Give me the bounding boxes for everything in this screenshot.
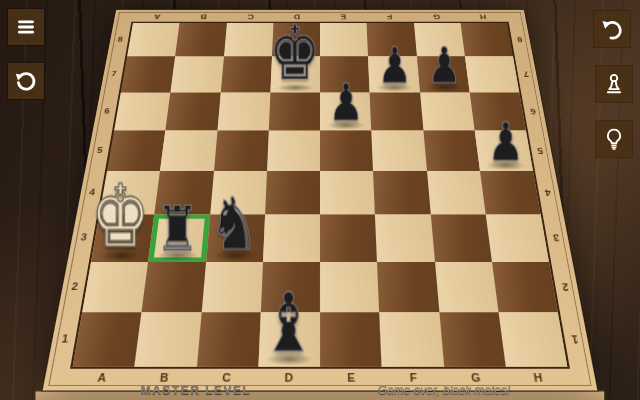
square-a6[interactable] <box>114 92 170 130</box>
undo-arrow-icon <box>599 16 625 42</box>
square-f7[interactable]: ♟ <box>368 57 419 93</box>
square-a1[interactable] <box>73 312 142 367</box>
square-b2[interactable] <box>142 262 206 313</box>
black-bishop-d1[interactable]: ♝ <box>261 283 317 364</box>
square-g3[interactable] <box>430 215 491 262</box>
square-c5[interactable] <box>214 130 269 171</box>
square-f5[interactable] <box>371 130 426 171</box>
square-d7[interactable]: ♚ <box>270 57 320 93</box>
square-e2[interactable] <box>320 262 379 313</box>
board-front-edge <box>36 390 605 400</box>
square-b1[interactable] <box>135 312 202 367</box>
square-a8[interactable] <box>127 23 180 57</box>
file-label-d: D <box>257 368 320 390</box>
square-g4[interactable] <box>427 171 486 215</box>
rotate-board-button[interactable] <box>8 63 44 99</box>
square-e1[interactable] <box>320 312 382 367</box>
square-h3[interactable] <box>485 215 548 262</box>
status-message: Game over, black mates! <box>378 383 511 397</box>
square-g7[interactable]: ♟ <box>416 57 469 93</box>
file-label-h: H <box>459 10 507 22</box>
file-label-g: G <box>412 10 460 22</box>
square-f3[interactable] <box>375 215 434 262</box>
square-a2[interactable] <box>82 262 148 313</box>
square-a3[interactable]: ♚ <box>91 215 154 262</box>
square-h7[interactable] <box>465 57 519 93</box>
black-pawn-f7[interactable]: ♟ <box>377 41 411 91</box>
level-label: MASTER LEVEL <box>141 383 252 397</box>
square-b5[interactable] <box>160 130 217 171</box>
square-d4[interactable] <box>265 171 320 215</box>
square-h2[interactable] <box>492 262 558 313</box>
square-c3[interactable]: ♞ <box>206 215 265 262</box>
hint-button[interactable] <box>596 121 632 157</box>
player-mode-button[interactable] <box>596 66 632 102</box>
black-king-d7[interactable]: ♚ <box>269 16 321 91</box>
square-c6[interactable] <box>217 92 270 130</box>
square-g6[interactable] <box>420 92 475 130</box>
file-label-a: A <box>69 368 135 390</box>
square-f6[interactable] <box>370 92 423 130</box>
square-d3[interactable] <box>263 215 320 262</box>
square-e3[interactable] <box>320 215 377 262</box>
file-label-a: A <box>133 10 181 22</box>
square-a7[interactable] <box>121 57 175 93</box>
file-label-e: E <box>320 368 383 390</box>
black-pawn-e6[interactable]: ♟ <box>328 77 363 128</box>
square-b3[interactable]: ♜ <box>148 215 209 262</box>
square-g2[interactable] <box>434 262 498 313</box>
chess-board: ♚♟♟♟♟♚♜♞♝ <box>73 23 568 367</box>
black-knight-c3[interactable]: ♞ <box>209 187 259 260</box>
square-d6[interactable] <box>269 92 320 130</box>
undo-button[interactable] <box>594 11 630 47</box>
square-f1[interactable] <box>379 312 443 367</box>
lightbulb-icon <box>601 126 627 152</box>
square-c7[interactable] <box>220 57 271 93</box>
square-c8[interactable] <box>224 23 274 57</box>
chess-app-screen: { "game": "chess", "hud": { "level_label… <box>0 0 640 400</box>
square-e8[interactable] <box>320 23 368 57</box>
board-scene: ABCDEFGH ABCDEFGH 87654321 87654321 ♚♟♟♟… <box>85 0 555 400</box>
pawn-outline-icon <box>601 71 627 97</box>
white-king-a3[interactable]: ♚ <box>90 173 150 259</box>
square-e6[interactable]: ♟ <box>320 92 371 130</box>
file-label-e: E <box>320 10 367 22</box>
hamburger-icon <box>14 15 38 39</box>
square-b6[interactable] <box>166 92 221 130</box>
square-f4[interactable] <box>373 171 430 215</box>
square-f2[interactable] <box>377 262 439 313</box>
square-g5[interactable] <box>423 130 480 171</box>
file-labels-top: ABCDEFGH <box>133 10 507 22</box>
square-h8[interactable] <box>460 23 513 57</box>
file-label-c: C <box>227 10 274 22</box>
square-d5[interactable] <box>267 130 320 171</box>
square-h1[interactable] <box>498 312 567 367</box>
square-c2[interactable] <box>201 262 263 313</box>
black-pawn-g7[interactable]: ♟ <box>427 41 461 91</box>
black-rook-b3[interactable]: ♜ <box>156 197 199 260</box>
square-c1[interactable] <box>196 312 260 367</box>
square-h5[interactable]: ♟ <box>474 130 533 171</box>
square-e5[interactable] <box>320 130 373 171</box>
rotate-icon <box>13 68 39 94</box>
square-g1[interactable] <box>439 312 506 367</box>
black-pawn-h5[interactable]: ♟ <box>488 116 525 169</box>
file-label-h: H <box>506 368 572 390</box>
square-h4[interactable] <box>480 171 541 215</box>
file-label-f: F <box>366 10 413 22</box>
square-b8[interactable] <box>175 23 226 57</box>
menu-button[interactable] <box>8 9 44 45</box>
square-b7[interactable] <box>171 57 224 93</box>
square-e4[interactable] <box>320 171 375 215</box>
file-label-d: D <box>273 10 320 22</box>
board-frame: ABCDEFGH ABCDEFGH 87654321 87654321 ♚♟♟♟… <box>43 10 598 391</box>
square-d1[interactable]: ♝ <box>258 312 320 367</box>
file-label-b: B <box>180 10 228 22</box>
